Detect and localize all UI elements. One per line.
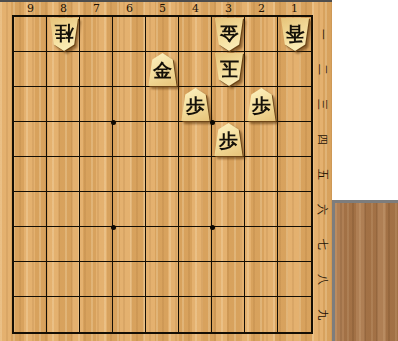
board-square-8六[interactable] xyxy=(47,192,80,227)
board-square-5六[interactable] xyxy=(146,192,179,227)
koma-kanji: 金 xyxy=(219,24,238,43)
board-square-9五[interactable] xyxy=(14,157,47,192)
board-square-3三[interactable] xyxy=(212,87,245,122)
board-square-6二[interactable] xyxy=(113,52,146,87)
koma-kanji: 玉 xyxy=(219,59,238,78)
shogi-app: 987654321 一二三四五六七八九 桂金香玉金歩歩歩 xyxy=(0,0,398,341)
board-square-9四[interactable] xyxy=(14,122,47,157)
board-square-9六[interactable] xyxy=(14,192,47,227)
board-square-6四[interactable] xyxy=(113,122,146,157)
board-square-6七[interactable] xyxy=(113,227,146,262)
komadai-piece-stand[interactable] xyxy=(332,200,398,341)
board-square-2四[interactable] xyxy=(245,122,278,157)
board-square-2五[interactable] xyxy=(245,157,278,192)
board-square-8九[interactable] xyxy=(47,297,80,332)
board-square-4四[interactable] xyxy=(179,122,212,157)
board-square-4八[interactable] xyxy=(179,262,212,297)
board-square-6一[interactable] xyxy=(113,17,146,52)
koma-face: 歩 xyxy=(181,88,211,121)
board-square-2二[interactable] xyxy=(245,52,278,87)
board-square-9九[interactable] xyxy=(14,297,47,332)
board-square-3六[interactable] xyxy=(212,192,245,227)
board-square-5四[interactable] xyxy=(146,122,179,157)
board-square-4一[interactable] xyxy=(179,17,212,52)
board-square-9二[interactable] xyxy=(14,52,47,87)
board-square-8四[interactable] xyxy=(47,122,80,157)
file-label-6: 6 xyxy=(113,2,146,15)
board-square-8三[interactable] xyxy=(47,87,80,122)
board-square-9三[interactable] xyxy=(14,87,47,122)
file-label-1: 1 xyxy=(278,2,311,15)
board-square-7九[interactable] xyxy=(80,297,113,332)
board-square-7三[interactable] xyxy=(80,87,113,122)
board-square-6六[interactable] xyxy=(113,192,146,227)
board-square-7五[interactable] xyxy=(80,157,113,192)
board-square-2八[interactable] xyxy=(245,262,278,297)
rank-label-4: 四 xyxy=(305,131,340,149)
board-square-5五[interactable] xyxy=(146,157,179,192)
shogi-piece-gote-gold-3a[interactable]: 金 xyxy=(214,18,244,51)
board-square-5八[interactable] xyxy=(146,262,179,297)
koma-kanji: 香 xyxy=(285,24,304,43)
board-square-9七[interactable] xyxy=(14,227,47,262)
board-square-5三[interactable] xyxy=(146,87,179,122)
board-square-5九[interactable] xyxy=(146,297,179,332)
board-square-3八[interactable] xyxy=(212,262,245,297)
board-square-8二[interactable] xyxy=(47,52,80,87)
board-square-7七[interactable] xyxy=(80,227,113,262)
board-square-4二[interactable] xyxy=(179,52,212,87)
board-square-2七[interactable] xyxy=(245,227,278,262)
board-square-9八[interactable] xyxy=(14,262,47,297)
koma-face: 桂 xyxy=(49,18,79,51)
koma-kanji: 歩 xyxy=(186,96,205,115)
rank-label-3: 三 xyxy=(305,96,340,114)
board-square-3九[interactable] xyxy=(212,297,245,332)
board-square-7六[interactable] xyxy=(80,192,113,227)
board-square-8五[interactable] xyxy=(47,157,80,192)
board-square-6八[interactable] xyxy=(113,262,146,297)
shogi-piece-gote-lance-1a[interactable]: 香 xyxy=(280,18,310,51)
shogi-board: 987654321 一二三四五六七八九 桂金香玉金歩歩歩 xyxy=(0,0,332,341)
koma-kanji: 歩 xyxy=(252,96,271,115)
file-label-5: 5 xyxy=(146,2,179,15)
board-square-6三[interactable] xyxy=(113,87,146,122)
board-square-4九[interactable] xyxy=(179,297,212,332)
shogi-piece-gote-king-3b[interactable]: 玉 xyxy=(214,53,244,86)
board-square-8七[interactable] xyxy=(47,227,80,262)
file-label-9: 9 xyxy=(14,2,47,15)
board-square-2六[interactable] xyxy=(245,192,278,227)
shogi-piece-sente-gold-5b[interactable]: 金 xyxy=(148,53,178,86)
board-square-6九[interactable] xyxy=(113,297,146,332)
board-square-7二[interactable] xyxy=(80,52,113,87)
koma-face: 金 xyxy=(214,18,244,51)
koma-kanji: 金 xyxy=(153,61,172,80)
koma-face: 金 xyxy=(148,53,178,86)
koma-face: 歩 xyxy=(247,88,277,121)
board-square-5一[interactable] xyxy=(146,17,179,52)
hoshi-dot xyxy=(210,225,215,230)
board-square-6五[interactable] xyxy=(113,157,146,192)
rank-label-5: 五 xyxy=(305,166,340,184)
koma-kanji: 歩 xyxy=(219,131,238,150)
koma-kanji: 桂 xyxy=(54,24,73,43)
file-label-7: 7 xyxy=(80,2,113,15)
board-square-3五[interactable] xyxy=(212,157,245,192)
board-square-4七[interactable] xyxy=(179,227,212,262)
board-square-7一[interactable] xyxy=(80,17,113,52)
board-square-2一[interactable] xyxy=(245,17,278,52)
board-square-4六[interactable] xyxy=(179,192,212,227)
shogi-piece-sente-pawn-3d[interactable]: 歩 xyxy=(214,123,244,156)
file-label-3: 3 xyxy=(212,2,245,15)
shogi-piece-sente-pawn-2c[interactable]: 歩 xyxy=(247,88,277,121)
file-label-2: 2 xyxy=(245,2,278,15)
board-square-4五[interactable] xyxy=(179,157,212,192)
koma-face: 歩 xyxy=(214,123,244,156)
shogi-piece-sente-pawn-4c[interactable]: 歩 xyxy=(181,88,211,121)
hoshi-dot xyxy=(111,225,116,230)
board-square-2九[interactable] xyxy=(245,297,278,332)
board-square-3七[interactable] xyxy=(212,227,245,262)
file-label-4: 4 xyxy=(179,2,212,15)
shogi-piece-gote-knight-8a[interactable]: 桂 xyxy=(49,18,79,51)
board-square-9一[interactable] xyxy=(14,17,47,52)
hoshi-dot xyxy=(210,120,215,125)
file-label-8: 8 xyxy=(47,2,80,15)
board-square-7八[interactable] xyxy=(80,262,113,297)
board-square-8八[interactable] xyxy=(47,262,80,297)
rank-label-1: 一 xyxy=(305,26,340,44)
board-square-5七[interactable] xyxy=(146,227,179,262)
board-square-7四[interactable] xyxy=(80,122,113,157)
koma-face: 香 xyxy=(280,18,310,51)
hoshi-dot xyxy=(111,120,116,125)
rank-label-2: 二 xyxy=(305,61,340,79)
koma-face: 玉 xyxy=(214,53,244,86)
